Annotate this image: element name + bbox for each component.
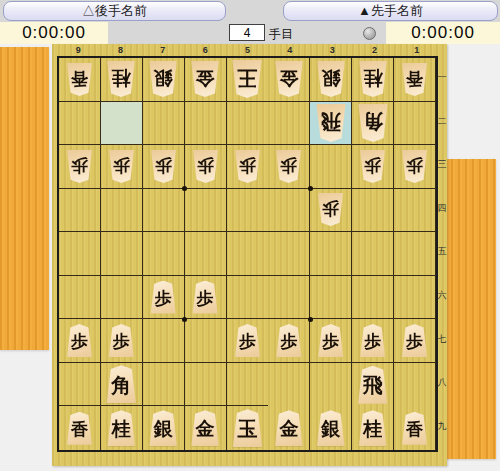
shogi-piece[interactable]: 歩	[191, 281, 220, 314]
shogi-piece[interactable]: 歩	[400, 150, 429, 183]
shogi-piece[interactable]: 歩	[149, 281, 178, 314]
file-label: 1	[396, 44, 438, 56]
board-cell[interactable]	[101, 232, 143, 276]
gote-komadai[interactable]	[0, 47, 49, 350]
shogi-board: 987654321 香桂銀金王金銀桂香飛角歩歩歩歩歩歩歩歩歩歩歩歩歩歩歩歩歩歩角…	[52, 44, 447, 466]
board-cell[interactable]	[394, 363, 436, 407]
shogi-piece[interactable]: 歩	[233, 324, 262, 357]
rank-label: 三	[437, 143, 447, 187]
board-cell[interactable]	[143, 102, 185, 146]
board-cell[interactable]: 銀	[143, 58, 185, 102]
rank-label: 六	[437, 274, 447, 318]
sente-komadai[interactable]	[444, 159, 496, 459]
shogi-piece[interactable]: 歩	[149, 150, 178, 183]
board-cell[interactable]	[227, 276, 269, 320]
shogi-piece[interactable]: 桂	[105, 61, 137, 97]
board-cell[interactable]: 歩	[352, 145, 394, 189]
board-cell[interactable]: 歩	[268, 319, 310, 363]
shogi-piece[interactable]: 香	[400, 63, 429, 96]
shogi-piece[interactable]: 桂	[357, 61, 389, 97]
sente-name-button[interactable]: ▲先手名前	[283, 1, 498, 21]
sente-clock: 0:00:00	[386, 22, 500, 44]
board-cell[interactable]: 桂	[352, 58, 394, 102]
board-cell[interactable]: 角	[352, 102, 394, 146]
shogi-piece[interactable]: 玉	[230, 409, 264, 447]
shogi-piece[interactable]: 歩	[400, 324, 429, 357]
board-cell[interactable]	[185, 189, 227, 233]
board-cell[interactable]: 金	[268, 58, 310, 102]
shogi-app: △後手名前 ▲先手名前 0:00:00 手目 0:00:00 987654321…	[0, 0, 500, 471]
rank-label: 八	[437, 361, 447, 405]
board-cell[interactable]: 王	[227, 58, 269, 102]
rank-label: 二	[437, 100, 447, 144]
file-label: 6	[184, 44, 226, 56]
board-cell[interactable]: 銀	[143, 406, 185, 450]
shogi-piece[interactable]: 歩	[316, 324, 345, 357]
board-cell[interactable]	[143, 189, 185, 233]
board-cell[interactable]	[59, 102, 101, 146]
shogi-piece[interactable]: 歩	[316, 193, 345, 226]
shogi-piece[interactable]: 桂	[357, 410, 389, 446]
board-cell[interactable]: 歩	[101, 319, 143, 363]
board-cell[interactable]	[227, 363, 269, 407]
board-cell[interactable]	[185, 232, 227, 276]
shogi-piece[interactable]: 角	[356, 104, 390, 142]
turn-lamp-icon	[363, 27, 376, 40]
board-cell[interactable]	[394, 276, 436, 320]
board-cell[interactable]	[268, 189, 310, 233]
board-cell[interactable]: 金	[268, 406, 310, 450]
board-cell[interactable]	[268, 102, 310, 146]
shogi-piece[interactable]: 銀	[147, 410, 179, 446]
move-count-label: 手目	[269, 26, 293, 43]
board-cell[interactable]	[143, 363, 185, 407]
board-cell[interactable]	[185, 102, 227, 146]
board-cell[interactable]	[394, 102, 436, 146]
rank-label: 一	[437, 56, 447, 100]
board-cell[interactable]: 桂	[101, 58, 143, 102]
shogi-piece[interactable]: 金	[189, 410, 221, 446]
shogi-piece[interactable]: 角	[104, 365, 138, 403]
shogi-piece[interactable]: 飛	[314, 104, 348, 142]
board-cell[interactable]	[310, 363, 352, 407]
board-cell[interactable]	[143, 232, 185, 276]
file-label: 8	[99, 44, 141, 56]
board-cell[interactable]: 歩	[352, 319, 394, 363]
star-point	[308, 317, 313, 322]
shogi-piece[interactable]: 歩	[358, 150, 387, 183]
gote-name-button[interactable]: △後手名前	[3, 1, 226, 21]
board-cell[interactable]	[310, 276, 352, 320]
shogi-piece[interactable]: 飛	[356, 366, 390, 404]
board-cell[interactable]	[394, 232, 436, 276]
board-cell[interactable]	[268, 232, 310, 276]
rank-label: 七	[437, 317, 447, 361]
board-cell[interactable]	[268, 276, 310, 320]
board-cell[interactable]	[185, 319, 227, 363]
board-cell[interactable]: 歩	[185, 145, 227, 189]
shogi-piece[interactable]: 銀	[315, 61, 347, 97]
board-cell[interactable]: 歩	[227, 319, 269, 363]
board-cell[interactable]	[352, 189, 394, 233]
board-cell[interactable]	[352, 276, 394, 320]
shogi-piece[interactable]: 香	[65, 63, 94, 96]
board-cell[interactable]: 香	[394, 58, 436, 102]
board-cell[interactable]	[59, 363, 101, 407]
board-cell[interactable]	[310, 232, 352, 276]
board-cell[interactable]: 歩	[310, 189, 352, 233]
board-cell[interactable]	[59, 232, 101, 276]
board-grid: 香桂銀金王金銀桂香飛角歩歩歩歩歩歩歩歩歩歩歩歩歩歩歩歩歩歩角飛香桂銀金玉金銀桂香	[57, 56, 438, 452]
board-cell[interactable]: 歩	[268, 145, 310, 189]
board-cell[interactable]: 銀	[310, 58, 352, 102]
shogi-piece[interactable]: 桂	[105, 410, 137, 446]
rank-labels: 一二三四五六七八九	[437, 56, 447, 448]
star-point	[182, 317, 187, 322]
board-cell[interactable]	[227, 232, 269, 276]
board-cell[interactable]: 角	[101, 363, 143, 407]
rank-label: 九	[437, 404, 447, 448]
board-cell[interactable]: 歩	[310, 319, 352, 363]
board-cell[interactable]: 歩	[101, 145, 143, 189]
board-cell[interactable]	[394, 189, 436, 233]
star-point	[182, 186, 187, 191]
file-label: 7	[142, 44, 184, 56]
board-cell[interactable]	[268, 363, 310, 407]
board-cell[interactable]	[101, 102, 143, 146]
shogi-piece[interactable]: 金	[273, 410, 305, 446]
shogi-piece[interactable]: 金	[273, 61, 305, 97]
board-cell[interactable]	[352, 232, 394, 276]
shogi-piece[interactable]: 香	[65, 412, 94, 445]
board-cell[interactable]	[143, 319, 185, 363]
rank-label: 四	[437, 187, 447, 231]
board-cell[interactable]: 歩	[59, 145, 101, 189]
board-cell[interactable]: 香	[59, 406, 101, 450]
rank-label: 五	[437, 230, 447, 274]
board-cell[interactable]: 金	[185, 58, 227, 102]
board-cell[interactable]: 銀	[310, 406, 352, 450]
board-cell[interactable]	[101, 189, 143, 233]
board-cell[interactable]	[59, 276, 101, 320]
board-cell[interactable]: 歩	[394, 145, 436, 189]
file-label: 2	[353, 44, 395, 56]
shogi-piece[interactable]: 歩	[191, 150, 220, 183]
board-cell[interactable]: 香	[394, 406, 436, 450]
board-cell[interactable]: 金	[185, 406, 227, 450]
shogi-piece[interactable]: 銀	[315, 410, 347, 446]
board-cell[interactable]	[59, 189, 101, 233]
shogi-piece[interactable]: 歩	[358, 324, 387, 357]
file-label: 4	[269, 44, 311, 56]
top-bar: △後手名前 ▲先手名前 0:00:00 手目 0:00:00	[0, 0, 500, 44]
shogi-piece[interactable]: 歩	[107, 150, 136, 183]
shogi-piece[interactable]: 王	[230, 60, 264, 98]
file-label: 9	[57, 44, 99, 56]
board-cell[interactable]: 飛	[352, 363, 394, 407]
board-cell[interactable]: 歩	[185, 276, 227, 320]
board-cell[interactable]: 玉	[227, 406, 269, 450]
board-cell[interactable]	[227, 189, 269, 233]
move-number-input[interactable]	[229, 24, 265, 41]
board-cell[interactable]	[227, 102, 269, 146]
board-cell[interactable]: 歩	[143, 276, 185, 320]
file-label: 5	[226, 44, 268, 56]
board-cell[interactable]	[310, 145, 352, 189]
shogi-piece[interactable]: 銀	[147, 61, 179, 97]
board-cell[interactable]: 歩	[143, 145, 185, 189]
star-point	[308, 186, 313, 191]
board-cell[interactable]: 香	[59, 58, 101, 102]
board-cell[interactable]	[185, 363, 227, 407]
file-label: 3	[311, 44, 353, 56]
shogi-piece[interactable]: 歩	[274, 150, 303, 183]
shogi-piece[interactable]: 金	[189, 61, 221, 97]
shogi-piece[interactable]: 歩	[107, 324, 136, 357]
board-cell[interactable]: 桂	[101, 406, 143, 450]
shogi-piece[interactable]: 歩	[65, 150, 94, 183]
shogi-piece[interactable]: 香	[400, 412, 429, 445]
shogi-piece[interactable]: 歩	[65, 324, 94, 357]
shogi-piece[interactable]: 歩	[274, 324, 303, 357]
board-cell[interactable]	[101, 276, 143, 320]
gote-clock: 0:00:00	[0, 22, 108, 44]
board-cell[interactable]: 桂	[352, 406, 394, 450]
board-cell[interactable]: 歩	[59, 319, 101, 363]
shogi-piece[interactable]: 歩	[233, 150, 262, 183]
board-cell[interactable]: 歩	[227, 145, 269, 189]
board-cell[interactable]: 歩	[394, 319, 436, 363]
board-cell[interactable]: 飛	[310, 102, 352, 146]
file-labels: 987654321	[57, 44, 438, 56]
